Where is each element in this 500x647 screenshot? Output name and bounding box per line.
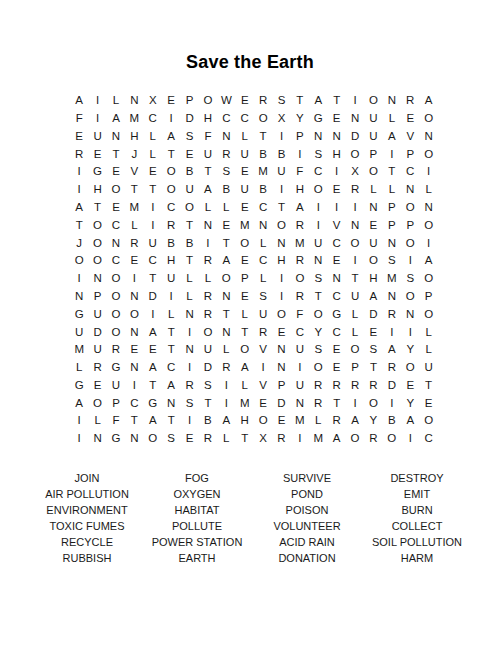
grid-cell: A: [217, 412, 235, 430]
grid-cell: W: [217, 92, 235, 110]
grid-cell: L: [180, 288, 198, 306]
grid-cell: I: [291, 359, 309, 377]
grid-cell: C: [327, 288, 345, 306]
grid-cell: M: [291, 412, 309, 430]
grid-cell: I: [217, 377, 235, 395]
grid-cell: R: [291, 288, 309, 306]
grid-cell: O: [346, 145, 364, 163]
grid-cell: S: [309, 145, 327, 163]
grid-cell: E: [327, 341, 345, 359]
grid-cell: L: [236, 128, 254, 146]
grid-cell: E: [88, 145, 106, 163]
grid-cell: L: [217, 430, 235, 448]
grid-cell: B: [272, 145, 290, 163]
grid-cell: I: [144, 217, 162, 235]
grid-cell: N: [254, 217, 272, 235]
grid-cell: S: [401, 270, 419, 288]
grid-cell: M: [236, 217, 254, 235]
grid-cell: L: [88, 412, 106, 430]
grid-cell: A: [327, 430, 345, 448]
grid-cell: N: [180, 341, 198, 359]
grid-cell: N: [217, 288, 235, 306]
grid-cell: P: [107, 395, 125, 413]
grid-cell: D: [180, 110, 198, 128]
grid-cell: H: [272, 252, 290, 270]
grid-cell: U: [236, 181, 254, 199]
grid-cell: E: [327, 359, 345, 377]
grid-cell: C: [125, 395, 143, 413]
grid-cell: D: [199, 359, 217, 377]
grid-cell: P: [364, 145, 382, 163]
grid-cell: S: [217, 163, 235, 181]
grid-cell: O: [88, 252, 106, 270]
grid-cell: I: [272, 270, 290, 288]
grid-cell: S: [309, 270, 327, 288]
grid-cell: M: [383, 270, 401, 288]
word-list-item: POLLUTE: [142, 518, 252, 534]
grid-cell: R: [217, 359, 235, 377]
grid-cell: N: [327, 128, 345, 146]
grid-cell: N: [272, 341, 290, 359]
grid-cell: V: [401, 128, 419, 146]
grid-cell: M: [236, 395, 254, 413]
grid-cell: V: [125, 163, 143, 181]
grid-cell: N: [419, 199, 437, 217]
grid-cell: F: [291, 163, 309, 181]
grid-cell: R: [254, 92, 272, 110]
grid-cell: L: [144, 145, 162, 163]
grid-cell: R: [125, 234, 143, 252]
grid-cell: E: [236, 288, 254, 306]
grid-cell: I: [327, 199, 345, 217]
grid-cell: I: [383, 145, 401, 163]
grid-cell: X: [346, 163, 364, 181]
grid-cell: U: [70, 323, 88, 341]
word-list-item: BURN: [362, 502, 472, 518]
grid-cell: O: [88, 395, 106, 413]
grid-cell: R: [272, 430, 290, 448]
grid-cell: A: [199, 181, 217, 199]
grid-cell: I: [70, 270, 88, 288]
grid-cell: D: [383, 377, 401, 395]
grid-cell: E: [364, 323, 382, 341]
grid-cell: O: [364, 252, 382, 270]
grid-cell: I: [327, 163, 345, 181]
grid-cell: N: [125, 359, 143, 377]
grid-cell: S: [180, 128, 198, 146]
grid-cell: P: [383, 199, 401, 217]
grid-cell: R: [180, 377, 198, 395]
word-search-grid: AILNXEPOWERSTATIONRAFIAMCIDHCCOXYGENULEO…: [70, 92, 438, 448]
grid-cell: I: [70, 412, 88, 430]
word-list-item: ENVIRONMENT: [32, 502, 142, 518]
grid-cell: X: [272, 110, 290, 128]
grid-cell: C: [217, 110, 235, 128]
grid-cell: A: [383, 128, 401, 146]
grid-cell: T: [107, 145, 125, 163]
grid-cell: R: [346, 181, 364, 199]
grid-cell: L: [199, 199, 217, 217]
grid-cell: R: [364, 377, 382, 395]
grid-cell: C: [254, 199, 272, 217]
grid-cell: R: [383, 359, 401, 377]
grid-cell: N: [199, 217, 217, 235]
grid-cell: O: [364, 92, 382, 110]
grid-cell: H: [364, 270, 382, 288]
grid-cell: I: [309, 199, 327, 217]
grid-cell: O: [291, 270, 309, 288]
grid-cell: R: [327, 412, 345, 430]
grid-cell: R: [70, 145, 88, 163]
word-list-item: AIR POLLUTION: [32, 486, 142, 502]
grid-cell: H: [327, 145, 345, 163]
grid-cell: S: [199, 377, 217, 395]
grid-cell: I: [70, 430, 88, 448]
grid-cell: U: [364, 110, 382, 128]
grid-cell: C: [236, 110, 254, 128]
grid-cell: S: [272, 92, 290, 110]
grid-cell: S: [180, 395, 198, 413]
grid-cell: I: [272, 288, 290, 306]
grid-cell: L: [254, 270, 272, 288]
grid-cell: O: [383, 430, 401, 448]
grid-cell: U: [236, 145, 254, 163]
grid-cell: O: [236, 341, 254, 359]
grid-cell: I: [272, 181, 290, 199]
grid-cell: I: [162, 110, 180, 128]
grid-cell: H: [291, 181, 309, 199]
grid-cell: I: [346, 252, 364, 270]
grid-cell: O: [70, 252, 88, 270]
grid-cell: I: [383, 395, 401, 413]
grid-cell: I: [180, 359, 198, 377]
grid-cell: F: [70, 110, 88, 128]
grid-cell: E: [327, 181, 345, 199]
word-list-item: VOLUNTEER: [252, 518, 362, 534]
word-list-item: RUBBISH: [32, 550, 142, 566]
grid-cell: O: [88, 217, 106, 235]
grid-cell: N: [419, 128, 437, 146]
grid-cell: A: [162, 128, 180, 146]
grid-cell: H: [88, 181, 106, 199]
word-list-item: EARTH: [142, 550, 252, 566]
grid-cell: E: [107, 199, 125, 217]
grid-cell: C: [144, 110, 162, 128]
grid-cell: O: [364, 163, 382, 181]
grid-cell: R: [162, 217, 180, 235]
grid-cell: A: [162, 377, 180, 395]
grid-cell: E: [180, 430, 198, 448]
grid-cell: R: [199, 288, 217, 306]
grid-cell: E: [125, 252, 143, 270]
grid-cell: H: [236, 412, 254, 430]
grid-cell: O: [346, 430, 364, 448]
grid-cell: O: [107, 270, 125, 288]
grid-cell: N: [272, 359, 290, 377]
grid-cell: N: [125, 430, 143, 448]
grid-cell: B: [199, 412, 217, 430]
grid-cell: S: [364, 341, 382, 359]
grid-cell: P: [401, 217, 419, 235]
word-list-item: HABITAT: [142, 502, 252, 518]
word-list-item: SOIL POLLUTION: [362, 534, 472, 550]
grid-cell: A: [107, 110, 125, 128]
grid-cell: L: [383, 110, 401, 128]
grid-cell: L: [107, 92, 125, 110]
grid-cell: T: [199, 163, 217, 181]
grid-cell: G: [88, 163, 106, 181]
grid-cell: G: [70, 306, 88, 324]
grid-cell: E: [88, 377, 106, 395]
grid-cell: T: [327, 395, 345, 413]
grid-cell: U: [199, 341, 217, 359]
grid-cell: T: [144, 270, 162, 288]
grid-cell: Y: [291, 110, 309, 128]
grid-cell: M: [309, 430, 327, 448]
grid-cell: L: [199, 270, 217, 288]
grid-cell: A: [144, 323, 162, 341]
grid-cell: N: [346, 217, 364, 235]
grid-cell: R: [309, 395, 327, 413]
grid-cell: A: [70, 92, 88, 110]
grid-cell: U: [107, 377, 125, 395]
grid-cell: B: [162, 234, 180, 252]
grid-cell: O: [419, 306, 437, 324]
grid-cell: P: [383, 217, 401, 235]
grid-cell: E: [236, 163, 254, 181]
grid-cell: O: [199, 92, 217, 110]
grid-cell: F: [107, 412, 125, 430]
grid-cell: R: [199, 430, 217, 448]
grid-cell: H: [125, 128, 143, 146]
puzzle-page: Save the Earth AILNXEPOWERSTATIONRAFIAMC…: [0, 0, 500, 647]
grid-cell: E: [327, 252, 345, 270]
grid-cell: T: [144, 377, 162, 395]
grid-cell: E: [70, 128, 88, 146]
grid-cell: I: [144, 199, 162, 217]
grid-cell: O: [401, 359, 419, 377]
grid-cell: T: [70, 217, 88, 235]
grid-cell: A: [346, 412, 364, 430]
grid-cell: R: [217, 145, 235, 163]
grid-cell: N: [401, 306, 419, 324]
grid-cell: H: [162, 252, 180, 270]
grid-cell: I: [272, 128, 290, 146]
grid-cell: R: [346, 377, 364, 395]
grid-cell: O: [199, 323, 217, 341]
grid-cell: F: [291, 306, 309, 324]
grid-cell: O: [419, 412, 437, 430]
grid-cell: B: [254, 181, 272, 199]
word-list-item: EMIT: [362, 486, 472, 502]
grid-cell: E: [364, 217, 382, 235]
grid-cell: O: [419, 217, 437, 235]
grid-cell: L: [236, 306, 254, 324]
grid-cell: E: [401, 110, 419, 128]
grid-cell: N: [107, 128, 125, 146]
grid-cell: U: [144, 234, 162, 252]
grid-cell: G: [70, 377, 88, 395]
grid-cell: L: [419, 341, 437, 359]
grid-cell: L: [419, 323, 437, 341]
grid-cell: P: [88, 288, 106, 306]
grid-cell: M: [125, 199, 143, 217]
word-list-item: DONATION: [252, 550, 362, 566]
grid-cell: T: [419, 377, 437, 395]
word-list-item: JOIN: [32, 470, 142, 486]
grid-cell: C: [254, 252, 272, 270]
grid-cell: B: [180, 163, 198, 181]
grid-cell: E: [144, 163, 162, 181]
grid-cell: O: [162, 163, 180, 181]
grid-cell: I: [346, 395, 364, 413]
grid-cell: J: [125, 145, 143, 163]
grid-cell: I: [125, 270, 143, 288]
grid-cell: R: [401, 92, 419, 110]
grid-cell: E: [236, 252, 254, 270]
grid-cell: O: [107, 181, 125, 199]
grid-cell: O: [401, 199, 419, 217]
grid-cell: C: [107, 217, 125, 235]
word-list-item: OXYGEN: [142, 486, 252, 502]
grid-cell: C: [162, 359, 180, 377]
grid-cell: P: [180, 92, 198, 110]
grid-cell: Y: [309, 323, 327, 341]
grid-cell: L: [419, 181, 437, 199]
grid-cell: O: [107, 323, 125, 341]
grid-cell: C: [291, 323, 309, 341]
grid-cell: T: [272, 199, 290, 217]
grid-cell: A: [217, 252, 235, 270]
grid-cell: O: [125, 306, 143, 324]
grid-cell: O: [364, 395, 382, 413]
grid-cell: O: [309, 181, 327, 199]
grid-cell: E: [272, 412, 290, 430]
grid-cell: X: [144, 92, 162, 110]
grid-cell: S: [383, 252, 401, 270]
word-list-item: DESTROY: [362, 470, 472, 486]
grid-cell: Y: [401, 395, 419, 413]
grid-cell: O: [346, 341, 364, 359]
grid-cell: M: [125, 110, 143, 128]
grid-cell: I: [309, 217, 327, 235]
word-list-item: FOG: [142, 470, 252, 486]
grid-cell: X: [254, 430, 272, 448]
grid-cell: P: [272, 377, 290, 395]
grid-cell: O: [162, 181, 180, 199]
grid-cell: D: [144, 288, 162, 306]
grid-cell: E: [254, 395, 272, 413]
grid-cell: B: [217, 181, 235, 199]
grid-cell: I: [346, 92, 364, 110]
grid-cell: R: [327, 377, 345, 395]
grid-cell: L: [162, 306, 180, 324]
grid-cell: L: [309, 412, 327, 430]
grid-cell: N: [125, 288, 143, 306]
grid-cell: E: [401, 377, 419, 395]
grid-cell: I: [70, 181, 88, 199]
grid-cell: Y: [401, 341, 419, 359]
grid-cell: U: [291, 377, 309, 395]
grid-cell: O: [88, 234, 106, 252]
grid-cell: O: [107, 306, 125, 324]
grid-cell: E: [107, 163, 125, 181]
grid-cell: N: [88, 270, 106, 288]
grid-cell: O: [254, 412, 272, 430]
grid-cell: N: [364, 199, 382, 217]
grid-cell: N: [401, 181, 419, 199]
grid-cell: U: [88, 306, 106, 324]
grid-cell: D: [88, 323, 106, 341]
grid-cell: E: [236, 199, 254, 217]
grid-cell: M: [291, 234, 309, 252]
grid-cell: L: [346, 323, 364, 341]
grid-cell: O: [236, 234, 254, 252]
grid-cell: M: [254, 163, 272, 181]
grid-cell: P: [236, 270, 254, 288]
grid-cell: A: [383, 341, 401, 359]
grid-cell: N: [125, 92, 143, 110]
grid-cell: D: [364, 306, 382, 324]
grid-cell: G: [144, 395, 162, 413]
puzzle-title: Save the Earth: [0, 52, 500, 73]
grid-cell: O: [309, 359, 327, 377]
grid-cell: U: [419, 359, 437, 377]
grid-cell: N: [70, 288, 88, 306]
grid-cell: A: [364, 288, 382, 306]
grid-cell: N: [383, 234, 401, 252]
grid-cell: N: [88, 430, 106, 448]
grid-cell: O: [309, 306, 327, 324]
grid-cell: U: [272, 163, 290, 181]
grid-cell: T: [162, 412, 180, 430]
grid-cell: A: [144, 359, 162, 377]
grid-cell: O: [180, 199, 198, 217]
grid-cell: O: [346, 234, 364, 252]
grid-cell: R: [199, 306, 217, 324]
grid-cell: N: [383, 288, 401, 306]
grid-cell: A: [401, 412, 419, 430]
grid-cell: I: [199, 234, 217, 252]
grid-cell: O: [401, 288, 419, 306]
grid-cell: L: [383, 181, 401, 199]
grid-cell: O: [254, 110, 272, 128]
grid-cell: T: [236, 323, 254, 341]
word-list-item: SURVIVE: [252, 470, 362, 486]
grid-cell: L: [217, 199, 235, 217]
grid-cell: T: [236, 430, 254, 448]
word-list-item: ACID RAIN: [252, 534, 362, 550]
grid-cell: B: [254, 145, 272, 163]
grid-cell: E: [217, 217, 235, 235]
grid-cell: R: [254, 323, 272, 341]
word-list-item: RECYCLE: [32, 534, 142, 550]
grid-cell: P: [346, 359, 364, 377]
grid-cell: N: [272, 234, 290, 252]
grid-cell: R: [199, 252, 217, 270]
grid-cell: N: [162, 395, 180, 413]
grid-cell: C: [144, 252, 162, 270]
grid-cell: M: [70, 341, 88, 359]
grid-cell: T: [346, 270, 364, 288]
grid-cell: A: [236, 359, 254, 377]
grid-cell: D: [346, 128, 364, 146]
grid-cell: D: [272, 395, 290, 413]
grid-cell: N: [107, 234, 125, 252]
grid-cell: O: [217, 270, 235, 288]
grid-cell: C: [327, 234, 345, 252]
grid-cell: P: [401, 145, 419, 163]
